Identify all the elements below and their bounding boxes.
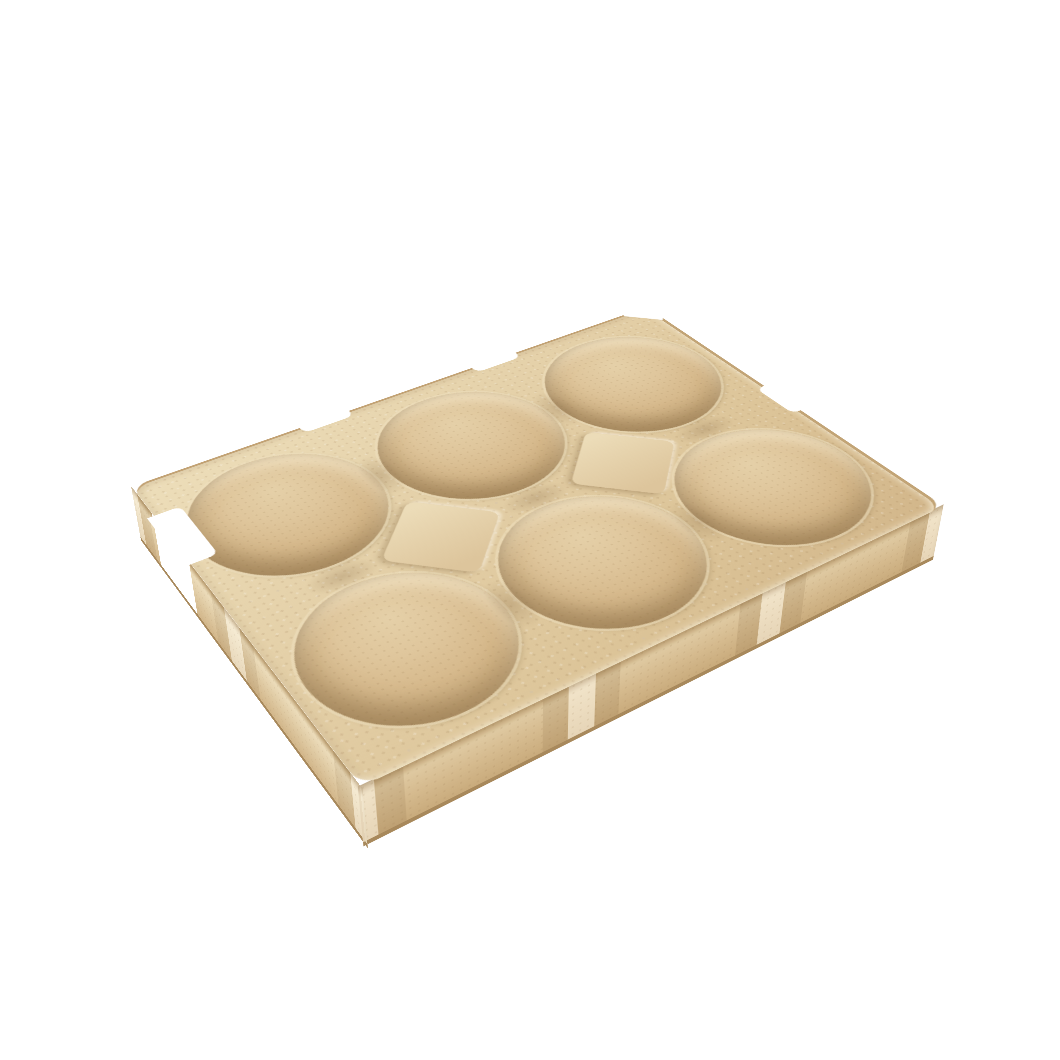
perspective-stage [0,0,1060,1060]
pulp-tray [141,352,935,841]
corner-bevel-cutout [624,297,668,320]
diamond-junction-pad [571,432,674,494]
photo-canvas [0,0,1060,1060]
